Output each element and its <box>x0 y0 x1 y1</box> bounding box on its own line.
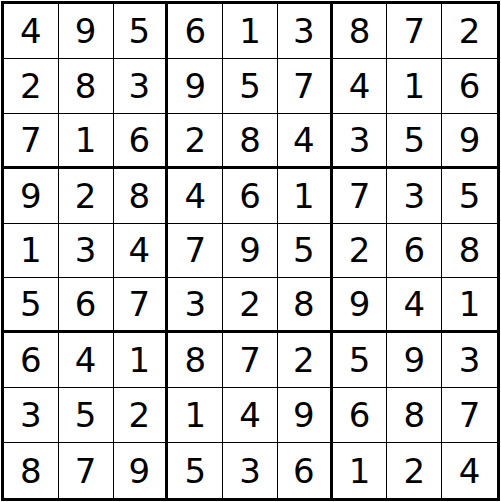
sudoku-cell-r9c6[interactable]: 6 <box>278 443 333 498</box>
sudoku-cell-r9c4[interactable]: 5 <box>168 443 223 498</box>
sudoku-cell-r7c9[interactable]: 3 <box>442 333 497 388</box>
sudoku-cell-r9c5[interactable]: 3 <box>223 443 278 498</box>
sudoku-cell-r5c2[interactable]: 3 <box>59 224 114 279</box>
sudoku-cell-r8c2[interactable]: 5 <box>59 388 114 443</box>
sudoku-cell-r3c8[interactable]: 5 <box>387 114 442 169</box>
sudoku-cell-r4c3[interactable]: 8 <box>114 169 169 224</box>
sudoku-cell-r5c3[interactable]: 4 <box>114 224 169 279</box>
sudoku-cell-r2c3[interactable]: 3 <box>114 59 169 114</box>
sudoku-cell-r5c9[interactable]: 8 <box>442 224 497 279</box>
sudoku-cell-r9c3[interactable]: 9 <box>114 443 169 498</box>
sudoku-cell-r3c3[interactable]: 6 <box>114 114 169 169</box>
sudoku-cell-r3c6[interactable]: 4 <box>278 114 333 169</box>
sudoku-cell-r1c9[interactable]: 2 <box>442 4 497 59</box>
sudoku-cell-r5c8[interactable]: 6 <box>387 224 442 279</box>
sudoku-cell-r8c7[interactable]: 6 <box>333 388 388 443</box>
sudoku-cell-r1c7[interactable]: 8 <box>333 4 388 59</box>
sudoku-cell-r8c4[interactable]: 1 <box>168 388 223 443</box>
sudoku-cell-r6c8[interactable]: 4 <box>387 278 442 333</box>
sudoku-cell-r5c7[interactable]: 2 <box>333 224 388 279</box>
sudoku-cell-r9c8[interactable]: 2 <box>387 443 442 498</box>
sudoku-cell-r7c7[interactable]: 5 <box>333 333 388 388</box>
sudoku-cell-r1c1[interactable]: 4 <box>4 4 59 59</box>
sudoku-cell-r1c4[interactable]: 6 <box>168 4 223 59</box>
sudoku-cell-r4c6[interactable]: 1 <box>278 169 333 224</box>
sudoku-cell-r3c4[interactable]: 2 <box>168 114 223 169</box>
sudoku-cell-r7c8[interactable]: 9 <box>387 333 442 388</box>
sudoku-cell-r6c2[interactable]: 6 <box>59 278 114 333</box>
sudoku-cell-r4c9[interactable]: 5 <box>442 169 497 224</box>
sudoku-cell-r1c5[interactable]: 1 <box>223 4 278 59</box>
sudoku-cell-r9c7[interactable]: 1 <box>333 443 388 498</box>
sudoku-cell-r2c7[interactable]: 4 <box>333 59 388 114</box>
sudoku-cell-r6c4[interactable]: 3 <box>168 278 223 333</box>
sudoku-cell-r8c3[interactable]: 2 <box>114 388 169 443</box>
sudoku-cell-r6c3[interactable]: 7 <box>114 278 169 333</box>
sudoku-cell-r7c1[interactable]: 6 <box>4 333 59 388</box>
sudoku-cell-r2c6[interactable]: 7 <box>278 59 333 114</box>
sudoku-cell-r4c2[interactable]: 2 <box>59 169 114 224</box>
sudoku-cell-r6c7[interactable]: 9 <box>333 278 388 333</box>
sudoku-cell-r8c1[interactable]: 3 <box>4 388 59 443</box>
sudoku-cell-r3c5[interactable]: 8 <box>223 114 278 169</box>
sudoku-cell-r1c6[interactable]: 3 <box>278 4 333 59</box>
sudoku-cell-r4c4[interactable]: 4 <box>168 169 223 224</box>
sudoku-cell-r8c5[interactable]: 4 <box>223 388 278 443</box>
sudoku-cell-r3c1[interactable]: 7 <box>4 114 59 169</box>
sudoku-cell-r7c4[interactable]: 8 <box>168 333 223 388</box>
sudoku-cell-r5c1[interactable]: 1 <box>4 224 59 279</box>
sudoku-cell-r8c9[interactable]: 7 <box>442 388 497 443</box>
sudoku-cell-r7c2[interactable]: 4 <box>59 333 114 388</box>
sudoku-cell-r7c6[interactable]: 2 <box>278 333 333 388</box>
sudoku-cell-r6c6[interactable]: 8 <box>278 278 333 333</box>
sudoku-cell-r9c9[interactable]: 4 <box>442 443 497 498</box>
sudoku-cell-r2c9[interactable]: 6 <box>442 59 497 114</box>
sudoku-cell-r2c5[interactable]: 5 <box>223 59 278 114</box>
sudoku-cell-r5c4[interactable]: 7 <box>168 224 223 279</box>
sudoku-cell-r6c1[interactable]: 5 <box>4 278 59 333</box>
sudoku-cell-r2c8[interactable]: 1 <box>387 59 442 114</box>
sudoku-cell-r6c5[interactable]: 2 <box>223 278 278 333</box>
sudoku-cell-r2c1[interactable]: 2 <box>4 59 59 114</box>
sudoku-cell-r3c7[interactable]: 3 <box>333 114 388 169</box>
sudoku-cell-r2c4[interactable]: 9 <box>168 59 223 114</box>
sudoku-cell-r1c8[interactable]: 7 <box>387 4 442 59</box>
sudoku-cell-r8c6[interactable]: 9 <box>278 388 333 443</box>
sudoku-cell-r4c1[interactable]: 9 <box>4 169 59 224</box>
sudoku-cell-r5c5[interactable]: 9 <box>223 224 278 279</box>
sudoku-cell-r4c5[interactable]: 6 <box>223 169 278 224</box>
sudoku-grid: 4956138722839574167162843599284617351347… <box>1 1 500 501</box>
sudoku-cell-r9c2[interactable]: 7 <box>59 443 114 498</box>
sudoku-cell-r3c2[interactable]: 1 <box>59 114 114 169</box>
sudoku-cell-r3c9[interactable]: 9 <box>442 114 497 169</box>
sudoku-cell-r6c9[interactable]: 1 <box>442 278 497 333</box>
sudoku-cell-r7c3[interactable]: 1 <box>114 333 169 388</box>
sudoku-cell-r7c5[interactable]: 7 <box>223 333 278 388</box>
sudoku-cell-r8c8[interactable]: 8 <box>387 388 442 443</box>
sudoku-board-wrapper: 4956138722839574167162843599284617351347… <box>0 0 501 502</box>
sudoku-cell-r1c3[interactable]: 5 <box>114 4 169 59</box>
sudoku-cell-r5c6[interactable]: 5 <box>278 224 333 279</box>
sudoku-cell-r2c2[interactable]: 8 <box>59 59 114 114</box>
sudoku-cell-r4c7[interactable]: 7 <box>333 169 388 224</box>
sudoku-cell-r1c2[interactable]: 9 <box>59 4 114 59</box>
sudoku-cell-r9c1[interactable]: 8 <box>4 443 59 498</box>
sudoku-cell-r4c8[interactable]: 3 <box>387 169 442 224</box>
